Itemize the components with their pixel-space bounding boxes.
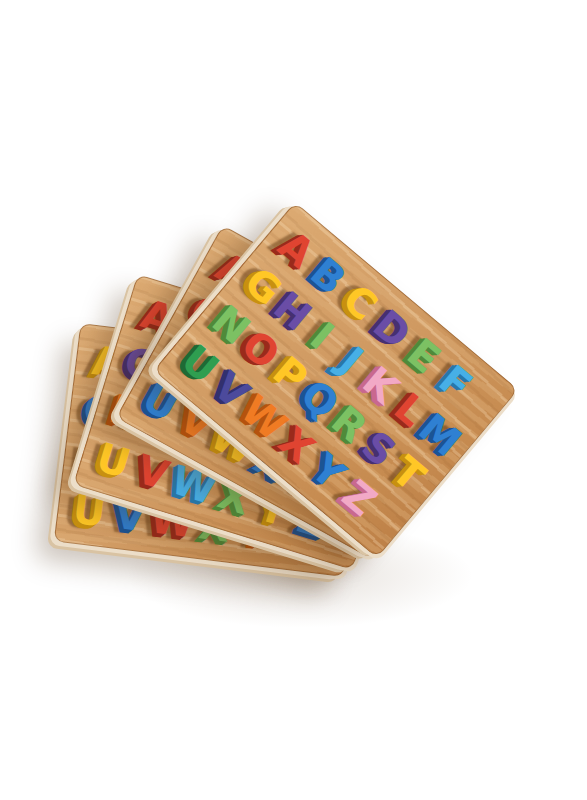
letter-U-board-3: U: [92, 436, 135, 484]
letter-U-board-4: U: [71, 489, 108, 533]
product-photo-stage: ABCDEFGHIJKLMNOPQRSTUVWXYZABCDEFGHIJKLMN…: [0, 0, 587, 800]
letter-V-board-3: V: [132, 449, 173, 496]
